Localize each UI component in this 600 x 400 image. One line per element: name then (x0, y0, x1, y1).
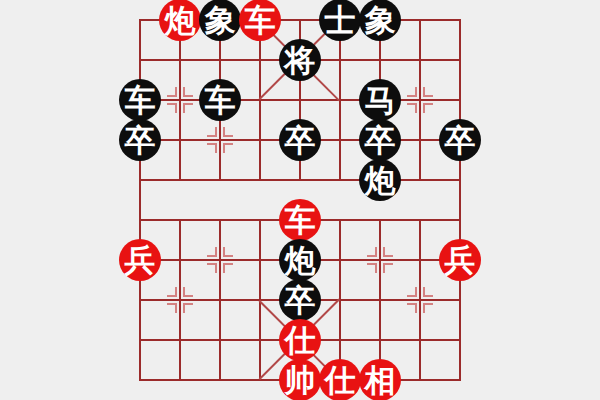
piece-black-advisor[interactable]: 士 (319, 0, 361, 41)
piece-black-soldier[interactable]: 卒 (359, 119, 401, 161)
piece-black-soldier[interactable]: 卒 (439, 119, 481, 161)
xiangqi-app-background: 炮象车士象将车车马卒卒卒卒炮车兵炮兵卒仕帅仕相 (0, 0, 600, 400)
piece-red-chariot[interactable]: 车 (279, 199, 321, 241)
piece-black-soldier[interactable]: 卒 (279, 119, 321, 161)
piece-red-chariot[interactable]: 车 (239, 0, 281, 41)
piece-black-chariot[interactable]: 车 (119, 79, 161, 121)
piece-red-cannon[interactable]: 炮 (159, 0, 201, 41)
piece-black-chariot[interactable]: 车 (199, 79, 241, 121)
piece-black-soldier[interactable]: 卒 (119, 119, 161, 161)
piece-black-general[interactable]: 将 (279, 39, 321, 81)
piece-red-advisor[interactable]: 仕 (319, 359, 361, 400)
piece-black-elephant[interactable]: 象 (359, 0, 401, 41)
xiangqi-board: 炮象车士象将车车马卒卒卒卒炮车兵炮兵卒仕帅仕相 (120, 0, 480, 400)
piece-black-cannon[interactable]: 炮 (359, 159, 401, 201)
piece-black-horse[interactable]: 马 (359, 79, 401, 121)
piece-black-soldier[interactable]: 卒 (279, 279, 321, 321)
piece-black-cannon[interactable]: 炮 (279, 239, 321, 281)
piece-black-elephant[interactable]: 象 (199, 0, 241, 41)
piece-red-general[interactable]: 帅 (279, 359, 321, 400)
piece-red-advisor[interactable]: 仕 (279, 319, 321, 361)
piece-red-elephant[interactable]: 相 (359, 359, 401, 400)
piece-red-soldier[interactable]: 兵 (439, 239, 481, 281)
piece-red-soldier[interactable]: 兵 (119, 239, 161, 281)
